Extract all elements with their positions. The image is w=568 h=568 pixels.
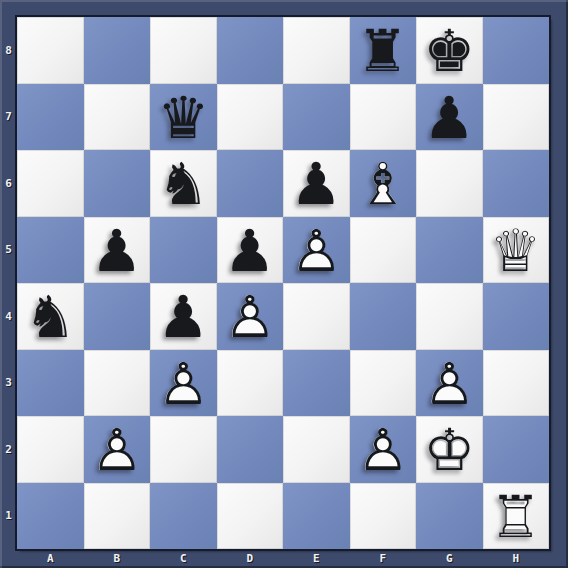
rank-label-5: 5	[0, 217, 17, 284]
square-g2[interactable]: ♚♔	[416, 416, 483, 483]
square-e3[interactable]	[283, 350, 350, 417]
file-labels: ABCDEFGH	[17, 549, 549, 568]
square-d3[interactable]	[217, 350, 284, 417]
square-c7[interactable]: ♛	[150, 84, 217, 151]
square-f7[interactable]	[350, 84, 417, 151]
black-pawn-icon: ♟	[84, 218, 151, 285]
square-a2[interactable]	[17, 416, 84, 483]
square-b3[interactable]	[84, 350, 151, 417]
square-d6[interactable]	[217, 150, 284, 217]
square-a4[interactable]: ♞	[17, 283, 84, 350]
white-pawn[interactable]: ♟♙	[217, 283, 284, 350]
square-h5[interactable]: ♛♕	[483, 217, 550, 284]
black-rook[interactable]: ♜	[350, 17, 417, 84]
square-f5[interactable]	[350, 217, 417, 284]
square-f6[interactable]: ♝♗	[350, 150, 417, 217]
square-h1[interactable]: ♜♖	[483, 483, 550, 550]
black-knight-icon: ♞	[150, 151, 217, 218]
black-knight[interactable]: ♞	[150, 150, 217, 217]
rank-label-6: 6	[0, 150, 17, 217]
square-g1[interactable]	[416, 483, 483, 550]
file-label-f: F	[350, 549, 417, 568]
white-queen[interactable]: ♛♕	[483, 217, 550, 284]
square-d4[interactable]: ♟♙	[217, 283, 284, 350]
square-h2[interactable]	[483, 416, 550, 483]
square-f4[interactable]	[350, 283, 417, 350]
file-label-g: G	[416, 549, 483, 568]
square-c4[interactable]: ♟	[150, 283, 217, 350]
rank-labels: 87654321	[0, 17, 17, 549]
square-g7[interactable]: ♟	[416, 84, 483, 151]
square-h7[interactable]	[483, 84, 550, 151]
square-c3[interactable]: ♟♙	[150, 350, 217, 417]
white-king-outline-icon: ♔	[416, 417, 483, 484]
white-rook-outline-icon: ♖	[483, 484, 550, 551]
black-rook-icon: ♜	[350, 18, 417, 85]
file-label-h: H	[483, 549, 550, 568]
square-g6[interactable]	[416, 150, 483, 217]
square-h4[interactable]	[483, 283, 550, 350]
file-label-e: E	[283, 549, 350, 568]
square-f8[interactable]: ♜	[350, 17, 417, 84]
square-d2[interactable]	[217, 416, 284, 483]
square-f2[interactable]: ♟♙	[350, 416, 417, 483]
file-label-d: D	[217, 549, 284, 568]
square-b5[interactable]: ♟	[84, 217, 151, 284]
chess-board: ♜♚♛♟♞♟♝♗♟♟♟♙♛♕♞♟♟♙♟♙♟♙♟♙♟♙♚♔♜♖	[17, 17, 549, 549]
square-c6[interactable]: ♞	[150, 150, 217, 217]
rank-label-8: 8	[0, 17, 17, 84]
file-label-a: A	[17, 549, 84, 568]
square-a3[interactable]	[17, 350, 84, 417]
square-b4[interactable]	[84, 283, 151, 350]
white-pawn[interactable]: ♟♙	[150, 350, 217, 417]
square-d5[interactable]: ♟	[217, 217, 284, 284]
square-e1[interactable]	[283, 483, 350, 550]
black-pawn-icon: ♟	[217, 218, 284, 285]
square-g8[interactable]: ♚	[416, 17, 483, 84]
square-d7[interactable]	[217, 84, 284, 151]
square-h6[interactable]	[483, 150, 550, 217]
black-pawn[interactable]: ♟	[416, 84, 483, 151]
white-queen-outline-icon: ♕	[483, 218, 550, 285]
black-queen[interactable]: ♛	[150, 84, 217, 151]
black-pawn-icon: ♟	[283, 151, 350, 218]
square-c5[interactable]	[150, 217, 217, 284]
file-label-c: C	[150, 549, 217, 568]
black-queen-icon: ♛	[150, 85, 217, 152]
white-pawn[interactable]: ♟♙	[416, 350, 483, 417]
square-e6[interactable]: ♟	[283, 150, 350, 217]
square-b7[interactable]	[84, 84, 151, 151]
rank-label-4: 4	[0, 283, 17, 350]
file-label-b: B	[84, 549, 151, 568]
white-pawn-outline-icon: ♙	[150, 351, 217, 418]
black-pawn[interactable]: ♟	[84, 217, 151, 284]
white-pawn[interactable]: ♟♙	[350, 416, 417, 483]
square-b2[interactable]: ♟♙	[84, 416, 151, 483]
square-b6[interactable]	[84, 150, 151, 217]
square-e5[interactable]: ♟♙	[283, 217, 350, 284]
black-king-icon: ♚	[416, 18, 483, 85]
square-c1[interactable]	[150, 483, 217, 550]
black-pawn[interactable]: ♟	[217, 217, 284, 284]
white-rook[interactable]: ♜♖	[483, 483, 550, 550]
square-d8[interactable]	[217, 17, 284, 84]
rank-label-7: 7	[0, 84, 17, 151]
rank-label-1: 1	[0, 483, 17, 550]
square-c8[interactable]	[150, 17, 217, 84]
black-knight-icon: ♞	[17, 284, 84, 351]
white-bishop[interactable]: ♝♗	[350, 150, 417, 217]
white-pawn[interactable]: ♟♙	[283, 217, 350, 284]
white-pawn-outline-icon: ♙	[350, 417, 417, 484]
white-pawn-outline-icon: ♙	[416, 351, 483, 418]
rank-label-2: 2	[0, 416, 17, 483]
square-f1[interactable]	[350, 483, 417, 550]
black-pawn[interactable]: ♟	[150, 283, 217, 350]
square-e8[interactable]	[283, 17, 350, 84]
square-g3[interactable]: ♟♙	[416, 350, 483, 417]
square-h3[interactable]	[483, 350, 550, 417]
square-a1[interactable]	[17, 483, 84, 550]
square-h8[interactable]	[483, 17, 550, 84]
white-king[interactable]: ♚♔	[416, 416, 483, 483]
white-pawn[interactable]: ♟♙	[84, 416, 151, 483]
square-g4[interactable]	[416, 283, 483, 350]
square-b1[interactable]	[84, 483, 151, 550]
square-a7[interactable]	[17, 84, 84, 151]
square-c2[interactable]	[150, 416, 217, 483]
square-d1[interactable]	[217, 483, 284, 550]
black-knight[interactable]: ♞	[17, 283, 84, 350]
square-a8[interactable]	[17, 17, 84, 84]
black-king[interactable]: ♚	[416, 17, 483, 84]
chess-board-frame: 87654321 ♜♚♛♟♞♟♝♗♟♟♟♙♛♕♞♟♟♙♟♙♟♙♟♙♟♙♚♔♜♖ …	[0, 0, 568, 568]
square-b8[interactable]	[84, 17, 151, 84]
white-pawn-outline-icon: ♙	[84, 417, 151, 484]
black-pawn-icon: ♟	[150, 284, 217, 351]
square-e7[interactable]	[283, 84, 350, 151]
square-a6[interactable]	[17, 150, 84, 217]
square-a5[interactable]	[17, 217, 84, 284]
black-pawn[interactable]: ♟	[283, 150, 350, 217]
white-pawn-outline-icon: ♙	[217, 284, 284, 351]
rank-label-3: 3	[0, 350, 17, 417]
white-bishop-outline-icon: ♗	[350, 151, 417, 218]
square-f3[interactable]	[350, 350, 417, 417]
white-pawn-outline-icon: ♙	[283, 218, 350, 285]
black-pawn-icon: ♟	[416, 85, 483, 152]
square-e4[interactable]	[283, 283, 350, 350]
square-g5[interactable]	[416, 217, 483, 284]
square-e2[interactable]	[283, 416, 350, 483]
